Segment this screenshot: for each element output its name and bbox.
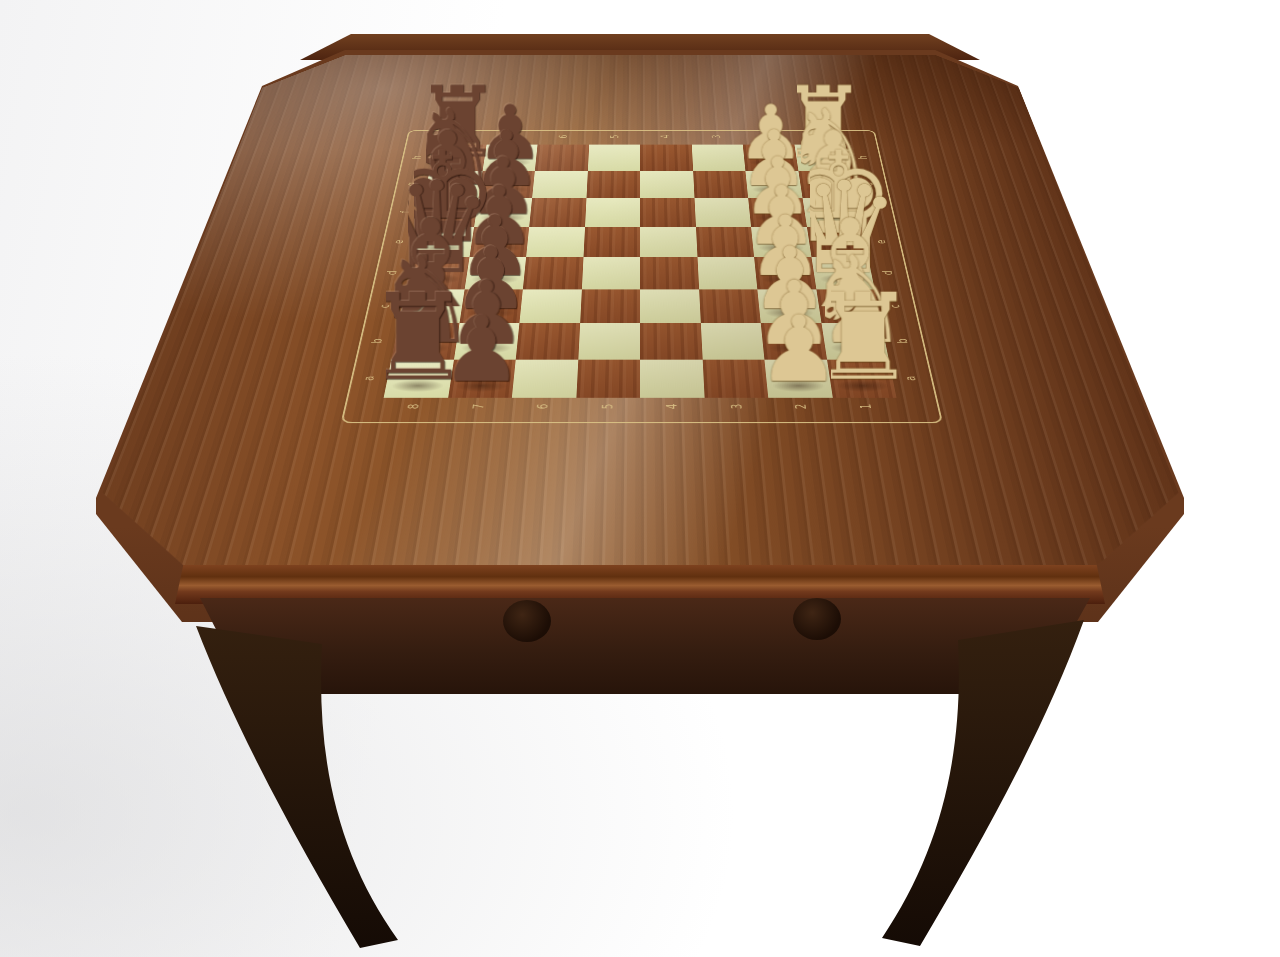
- rank-label-bottom-1: 1: [856, 401, 876, 412]
- square-h4[interactable]: [640, 145, 693, 171]
- rank-label-top-5: 5: [607, 133, 621, 140]
- square-h5[interactable]: [588, 145, 641, 171]
- dark-pawn-a7[interactable]: ♟: [449, 220, 513, 387]
- rank-label-top-3: 3: [709, 133, 724, 140]
- rank-label-bottom-3: 3: [727, 401, 746, 412]
- square-f4[interactable]: [640, 198, 695, 227]
- square-a5[interactable]: [576, 359, 640, 397]
- rank-label-bottom-2: 2: [792, 401, 811, 412]
- light-rook-a1[interactable]: ♜: [831, 220, 895, 387]
- square-e4[interactable]: [640, 227, 697, 257]
- rank-label-top-4: 4: [658, 133, 672, 140]
- rank-label-top-6: 6: [556, 133, 571, 140]
- square-b5[interactable]: [578, 323, 640, 359]
- square-g5[interactable]: [586, 171, 640, 198]
- chessboard: hhggffeeddccbbaa8877665544332211: [74, 54, 1207, 564]
- square-c5[interactable]: [580, 289, 640, 323]
- square-g4[interactable]: [640, 171, 694, 198]
- table-scene: hhggffeeddccbbaa8877665544332211 ♜♞♝♚♛♝♞…: [74, 0, 1207, 565]
- tabletop: hhggffeeddccbbaa8877665544332211 ♜♞♝♚♛♝♞…: [74, 55, 1207, 565]
- rank-label-bottom-4: 4: [663, 401, 681, 412]
- rank-label-bottom-7: 7: [469, 401, 488, 412]
- rank-label-bottom-8: 8: [404, 401, 424, 412]
- square-c4[interactable]: [640, 289, 700, 323]
- pawn-glyph: ♟: [440, 312, 522, 387]
- table-leg-front-right: [882, 620, 1084, 946]
- square-d5[interactable]: [581, 257, 640, 289]
- square-e5[interactable]: [583, 227, 640, 257]
- square-f5[interactable]: [585, 198, 640, 227]
- square-a4[interactable]: [640, 359, 704, 397]
- rank-label-bottom-6: 6: [534, 401, 553, 412]
- rank-label-bottom-5: 5: [598, 401, 616, 412]
- rook-glyph: ♜: [809, 289, 916, 387]
- table-leg-front-left: [196, 626, 398, 948]
- square-b4[interactable]: [640, 323, 702, 359]
- square-d4[interactable]: [640, 257, 699, 289]
